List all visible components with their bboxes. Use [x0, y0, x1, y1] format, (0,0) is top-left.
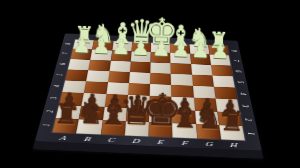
square-f8[interactable]: ♝: [170, 43, 190, 53]
file-label-bottom-c: C: [98, 135, 126, 145]
board-grid: ♜♞♝♛♚♝♞♜♟♟♟♟♟♟♟♟♟♟♟♟♟♟♟♟♜♞♝♛♚♝♞♜: [52, 39, 245, 140]
square-c6[interactable]: [109, 60, 130, 71]
file-label-bottom-d: D: [123, 136, 150, 146]
square-e6[interactable]: [150, 62, 171, 73]
piece-green-pawn-d7[interactable]: ♟: [132, 38, 151, 59]
piece-green-pawn-b7[interactable]: ♟: [92, 36, 111, 57]
rank-label-left-8: 8: [58, 41, 79, 48]
piece-green-rook-a8[interactable]: ♜: [73, 23, 94, 47]
chess-board-frame: ♜♞♝♛♚♝♞♜♟♟♟♟♟♟♟♟♟♟♟♟♟♟♟♟♜♞♝♛♚♝♞♜ ABCDEFG…: [35, 33, 262, 150]
file-label-top-a: A: [75, 34, 95, 40]
piece-green-knight-b8[interactable]: ♞: [91, 21, 115, 47]
rank-label-right-5: 5: [229, 78, 251, 86]
square-f1[interactable]: ♝: [172, 123, 196, 138]
square-b5[interactable]: [86, 70, 109, 82]
piece-brown-rook-h1[interactable]: ♜: [220, 107, 246, 136]
square-d5[interactable]: [129, 72, 151, 84]
square-c5[interactable]: [108, 71, 130, 83]
piece-green-king-e8[interactable]: ♚: [144, 12, 178, 50]
piece-green-pawn-c7[interactable]: ♟: [112, 37, 131, 58]
file-labels-top: ABCDEFGH: [75, 34, 227, 46]
square-c7[interactable]: ♟: [110, 51, 131, 62]
file-label-top-d: D: [132, 36, 151, 42]
square-g5[interactable]: [192, 74, 214, 86]
square-e7[interactable]: ♟: [151, 52, 171, 63]
piece-green-pawn-f7[interactable]: ♟: [171, 39, 190, 60]
rank-label-left-5: 5: [49, 71, 72, 79]
file-label-top-h: H: [207, 39, 227, 45]
file-label-top-c: C: [113, 36, 132, 42]
file-label-bottom-f: F: [172, 138, 198, 148]
rank-label-right-6: 6: [227, 67, 249, 74]
square-a8[interactable]: ♜: [73, 39, 94, 49]
square-b7[interactable]: ♟: [90, 50, 111, 61]
piece-green-pawn-e7[interactable]: ♟: [151, 38, 170, 59]
square-d6[interactable]: [130, 61, 151, 72]
square-g7[interactable]: ♟: [190, 54, 211, 65]
file-label-bottom-h: H: [221, 140, 246, 150]
square-b6[interactable]: [88, 60, 110, 71]
square-c8[interactable]: ♝: [112, 41, 132, 51]
file-label-bottom-g: G: [196, 139, 222, 149]
square-f7[interactable]: ♟: [170, 53, 190, 64]
square-d8[interactable]: ♛: [131, 42, 151, 52]
piece-green-pawn-a7[interactable]: ♟: [72, 35, 91, 56]
board-tilt-wrapper: ♜♞♝♛♚♝♞♜♟♟♟♟♟♟♟♟♟♟♟♟♟♟♟♟♜♞♝♛♚♝♞♜ ABCDEFG…: [0, 0, 300, 168]
rank-label-left-6: 6: [52, 60, 74, 67]
rank-label-right-7: 7: [225, 57, 246, 64]
piece-green-knight-g8[interactable]: ♞: [188, 25, 212, 51]
file-label-bottom-e: E: [147, 137, 174, 147]
square-a7[interactable]: ♟: [70, 49, 92, 60]
piece-green-bishop-f8[interactable]: ♝: [167, 22, 193, 51]
file-label-top-e: E: [151, 37, 170, 43]
square-d7[interactable]: ♟: [131, 51, 151, 62]
rank-label-left-7: 7: [55, 50, 76, 57]
piece-green-pawn-g7[interactable]: ♟: [191, 40, 210, 61]
file-label-top-g: G: [189, 39, 208, 45]
square-g1[interactable]: ♞: [196, 124, 221, 139]
file-label-top-b: B: [94, 35, 114, 41]
square-g8[interactable]: ♞: [189, 44, 209, 54]
perspective-container: ♜♞♝♛♚♝♞♜♟♟♟♟♟♟♟♟♟♟♟♟♟♟♟♟♜♞♝♛♚♝♞♜ ABCDEFG…: [0, 0, 300, 168]
square-g6[interactable]: [191, 64, 212, 76]
piece-green-queen-d8[interactable]: ♛: [127, 15, 158, 49]
square-a5[interactable]: [65, 69, 88, 81]
rank-label-right-8: 8: [224, 48, 244, 55]
square-e8[interactable]: ♚: [151, 43, 170, 53]
square-f6[interactable]: [171, 63, 192, 74]
chessboard-photo: ♜♞♝♛♚♝♞♜♟♟♟♟♟♟♟♟♟♟♟♟♟♟♟♟♜♞♝♛♚♝♞♜ ABCDEFG…: [0, 0, 300, 168]
square-h1[interactable]: ♜: [219, 125, 245, 141]
piece-green-bishop-c8[interactable]: ♝: [109, 19, 135, 48]
file-label-top-f: F: [170, 38, 189, 44]
square-a6[interactable]: [68, 59, 91, 70]
square-b8[interactable]: ♞: [92, 40, 113, 50]
